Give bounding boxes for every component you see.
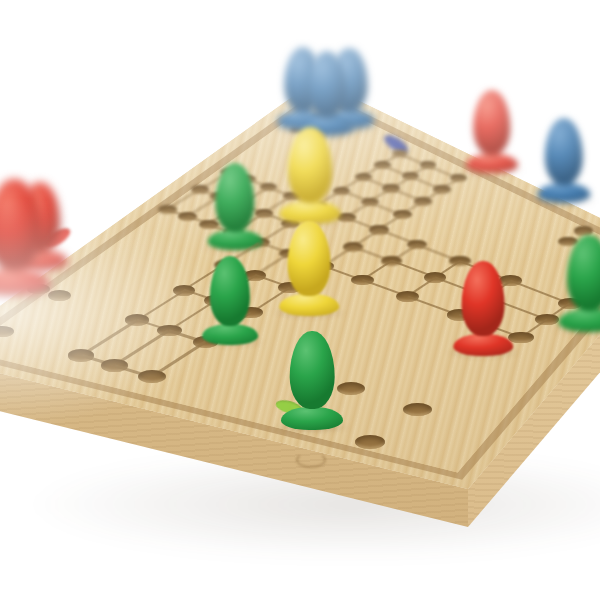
peg-yellow-1[interactable]: [280, 126, 341, 224]
peg-green-4[interactable]: [559, 234, 600, 332]
peg-body: [288, 127, 332, 203]
peg-blue-4[interactable]: [537, 117, 590, 203]
peg-foot: [202, 324, 258, 345]
peg-blue-2[interactable]: [300, 50, 353, 136]
peg-body: [210, 256, 250, 326]
peg-body: [290, 331, 335, 409]
peg-body: [567, 235, 600, 311]
peg-green-2[interactable]: [202, 255, 258, 345]
peg-foot: [559, 309, 600, 332]
photo-scene: [0, 0, 600, 600]
wood-knot-mark: [296, 452, 326, 468]
peg-body: [308, 51, 346, 118]
peg-red-1[interactable]: [0, 178, 51, 296]
board-hole[interactable]: [403, 403, 432, 417]
peg-body: [215, 163, 254, 232]
peg-body: [473, 90, 510, 156]
peg-body: [0, 179, 40, 271]
peg-foot: [279, 294, 339, 316]
peg-body: [545, 118, 583, 185]
peg-red-4[interactable]: [453, 260, 513, 356]
peg-body: [462, 261, 505, 336]
peg-foot: [453, 334, 513, 356]
peg-foot: [466, 154, 518, 173]
peg-red-3[interactable]: [466, 89, 518, 173]
peg-body: [288, 221, 331, 296]
peg-yellow-2[interactable]: [279, 220, 339, 316]
peg-foot: [281, 407, 343, 430]
board-hole[interactable]: [138, 370, 165, 383]
peg-foot: [537, 183, 590, 203]
peg-green-1[interactable]: [208, 162, 263, 250]
peg-green-3[interactable]: [281, 330, 343, 430]
